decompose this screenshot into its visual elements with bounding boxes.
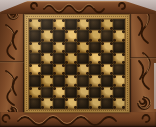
square-a2: [29, 87, 41, 98]
square-g3: [101, 75, 113, 86]
square-a3: [29, 75, 41, 86]
square-h4: [113, 64, 125, 75]
square-g6: [101, 42, 113, 53]
square-d4: [65, 64, 77, 75]
square-e1: [77, 98, 89, 109]
square-d8: [65, 19, 77, 30]
frame-top-rail: [0, 1, 156, 14]
square-b5: [41, 53, 53, 64]
square-g8: [101, 19, 113, 30]
square-f7: [89, 30, 101, 41]
square-g4: [101, 64, 113, 75]
square-a1: [29, 98, 41, 109]
fold-seam-right: [130, 57, 156, 59]
square-a5: [29, 53, 41, 64]
square-b1: [41, 98, 53, 109]
square-e5: [77, 53, 89, 64]
chess-board: [29, 19, 125, 109]
square-b4: [41, 64, 53, 75]
square-a7: [29, 30, 41, 41]
square-c3: [53, 75, 65, 86]
square-h2: [113, 87, 125, 98]
square-e8: [77, 19, 89, 30]
square-c2: [53, 87, 65, 98]
square-g5: [101, 53, 113, 64]
square-h7: [113, 30, 125, 41]
square-h6: [113, 42, 125, 53]
frame-left-rail: [0, 1, 24, 127]
square-f3: [89, 75, 101, 86]
square-d2: [65, 87, 77, 98]
square-h8: [113, 19, 125, 30]
square-c7: [53, 30, 65, 41]
square-f6: [89, 42, 101, 53]
square-f4: [89, 64, 101, 75]
square-d7: [65, 30, 77, 41]
square-b6: [41, 42, 53, 53]
square-d3: [65, 75, 77, 86]
square-f1: [89, 98, 101, 109]
square-b2: [41, 87, 53, 98]
square-a8: [29, 19, 41, 30]
square-e7: [77, 30, 89, 41]
square-e3: [77, 75, 89, 86]
frame-bottom-rail: [0, 112, 156, 127]
square-g1: [101, 98, 113, 109]
square-d5: [65, 53, 77, 64]
square-f5: [89, 53, 101, 64]
carving-left-scrolls: [0, 1, 24, 127]
square-e2: [77, 87, 89, 98]
square-f2: [89, 87, 101, 98]
square-c1: [53, 98, 65, 109]
square-h5: [113, 53, 125, 64]
board-surface: [24, 14, 130, 113]
square-b7: [41, 30, 53, 41]
square-a6: [29, 42, 41, 53]
square-g7: [101, 30, 113, 41]
square-d6: [65, 42, 77, 53]
square-e6: [77, 42, 89, 53]
square-e4: [77, 64, 89, 75]
square-b8: [41, 19, 53, 30]
carving-bottom-band: [0, 112, 156, 127]
square-d1: [65, 98, 77, 109]
square-a4: [29, 64, 41, 75]
square-c4: [53, 64, 65, 75]
carving-top-band: [0, 1, 156, 14]
square-b3: [41, 75, 53, 86]
frame-right-rail: [130, 1, 156, 127]
square-c5: [53, 53, 65, 64]
square-h3: [113, 75, 125, 86]
square-c8: [53, 19, 65, 30]
photo-of-chess-board: [0, 0, 156, 127]
carved-chess-box: [0, 1, 156, 127]
square-h1: [113, 98, 125, 109]
carving-right-scrolls: [130, 1, 156, 127]
square-g2: [101, 87, 113, 98]
square-f8: [89, 19, 101, 30]
fold-seam-left: [0, 61, 24, 63]
square-c6: [53, 42, 65, 53]
